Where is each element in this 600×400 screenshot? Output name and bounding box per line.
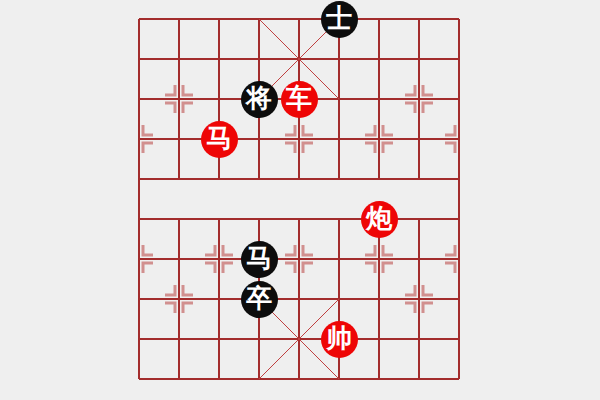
black-general-piece[interactable]: 将: [241, 81, 278, 118]
piece-layer: 士将车马炮马卒帅: [119, 0, 479, 399]
black-advisor-piece[interactable]: 士: [321, 1, 358, 38]
red-chariot-piece[interactable]: 车: [281, 81, 318, 118]
black-horse-piece[interactable]: 马: [241, 241, 278, 278]
xiangqi-app: 士将车马炮马卒帅: [0, 0, 600, 400]
red-horse-piece[interactable]: 马: [201, 121, 238, 158]
xiangqi-board[interactable]: 士将车马炮马卒帅: [119, 0, 479, 399]
red-general-piece[interactable]: 帅: [321, 321, 358, 358]
black-pawn-piece[interactable]: 卒: [241, 281, 278, 318]
red-cannon-piece[interactable]: 炮: [361, 201, 398, 238]
